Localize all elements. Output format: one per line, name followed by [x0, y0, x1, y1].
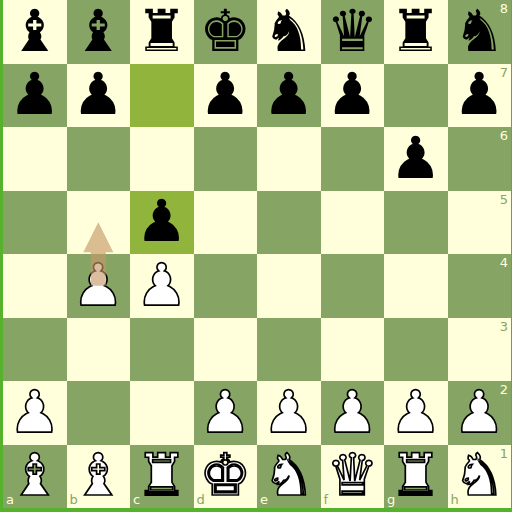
piece-white-pawn[interactable]: ♟ [72, 256, 124, 314]
square-e1[interactable]: ♞e [257, 445, 321, 509]
square-d8[interactable]: ♚ [194, 0, 258, 64]
square-e6[interactable] [257, 127, 321, 191]
piece-black-rook[interactable]: ♜ [136, 2, 188, 60]
square-c6[interactable] [130, 127, 194, 191]
piece-white-bishop[interactable]: ♝ [9, 446, 61, 504]
square-a7[interactable]: ♟ [3, 64, 67, 128]
square-a1[interactable]: ♝a [3, 445, 67, 509]
piece-white-bishop[interactable]: ♝ [72, 446, 124, 504]
square-d3[interactable] [194, 318, 258, 382]
board-background: ♝♝♜♚♞♛♜♞8♟♟♟♟♟♟7♟6♟5♟♟43♟♟♟♟♟♟2♝a♝b♜c♚d♞… [0, 0, 512, 512]
square-g3[interactable] [384, 318, 448, 382]
piece-black-pawn[interactable]: ♟ [199, 65, 251, 123]
piece-white-queen[interactable]: ♛ [326, 446, 378, 504]
square-e3[interactable] [257, 318, 321, 382]
square-e8[interactable]: ♞ [257, 0, 321, 64]
piece-white-pawn[interactable]: ♟ [263, 383, 315, 441]
square-h7[interactable]: ♟7 [448, 64, 512, 128]
piece-white-pawn[interactable]: ♟ [199, 383, 251, 441]
square-h4[interactable]: 4 [448, 254, 512, 318]
piece-black-knight[interactable]: ♞ [263, 2, 315, 60]
square-g7[interactable] [384, 64, 448, 128]
square-f4[interactable] [321, 254, 385, 318]
square-c5[interactable]: ♟ [130, 191, 194, 255]
square-a4[interactable] [3, 254, 67, 318]
piece-black-pawn[interactable]: ♟ [9, 65, 61, 123]
coord-rank-3: 3 [500, 320, 508, 333]
square-c2[interactable] [130, 381, 194, 445]
piece-black-pawn[interactable]: ♟ [326, 65, 378, 123]
square-g5[interactable] [384, 191, 448, 255]
piece-white-knight[interactable]: ♞ [453, 446, 505, 504]
piece-white-rook[interactable]: ♜ [136, 446, 188, 504]
piece-white-pawn[interactable]: ♟ [326, 383, 378, 441]
square-g6[interactable]: ♟ [384, 127, 448, 191]
square-b3[interactable] [67, 318, 131, 382]
square-g8[interactable]: ♜ [384, 0, 448, 64]
square-e2[interactable]: ♟ [257, 381, 321, 445]
square-h3[interactable]: 3 [448, 318, 512, 382]
square-f7[interactable]: ♟ [321, 64, 385, 128]
square-a6[interactable] [3, 127, 67, 191]
square-a8[interactable]: ♝ [3, 0, 67, 64]
square-g4[interactable] [384, 254, 448, 318]
square-b5[interactable] [67, 191, 131, 255]
piece-white-pawn[interactable]: ♟ [390, 383, 442, 441]
coord-rank-6: 6 [500, 129, 508, 142]
piece-black-pawn[interactable]: ♟ [453, 65, 505, 123]
piece-white-knight[interactable]: ♞ [263, 446, 315, 504]
square-c8[interactable]: ♜ [130, 0, 194, 64]
piece-black-pawn[interactable]: ♟ [136, 192, 188, 250]
piece-white-pawn[interactable]: ♟ [9, 383, 61, 441]
square-c7[interactable] [130, 64, 194, 128]
square-e7[interactable]: ♟ [257, 64, 321, 128]
piece-white-king[interactable]: ♚ [199, 446, 251, 504]
square-f1[interactable]: ♛f [321, 445, 385, 509]
coord-rank-5: 5 [500, 193, 508, 206]
square-b4[interactable]: ♟ [67, 254, 131, 318]
square-h1[interactable]: ♞h1 [448, 445, 512, 509]
square-d6[interactable] [194, 127, 258, 191]
piece-black-king[interactable]: ♚ [199, 2, 251, 60]
piece-black-rook[interactable]: ♜ [390, 2, 442, 60]
square-d4[interactable] [194, 254, 258, 318]
piece-black-bishop[interactable]: ♝ [72, 2, 124, 60]
square-h8[interactable]: ♞8 [448, 0, 512, 64]
square-f8[interactable]: ♛ [321, 0, 385, 64]
piece-black-bishop[interactable]: ♝ [9, 2, 61, 60]
square-d1[interactable]: ♚d [194, 445, 258, 509]
square-h2[interactable]: ♟2 [448, 381, 512, 445]
square-c3[interactable] [130, 318, 194, 382]
square-a2[interactable]: ♟ [3, 381, 67, 445]
square-g2[interactable]: ♟ [384, 381, 448, 445]
chess-board: ♝♝♜♚♞♛♜♞8♟♟♟♟♟♟7♟6♟5♟♟43♟♟♟♟♟♟2♝a♝b♜c♚d♞… [3, 0, 511, 508]
square-c4[interactable]: ♟ [130, 254, 194, 318]
square-d7[interactable]: ♟ [194, 64, 258, 128]
square-a3[interactable] [3, 318, 67, 382]
square-b2[interactable] [67, 381, 131, 445]
square-c1[interactable]: ♜c [130, 445, 194, 509]
square-b6[interactable] [67, 127, 131, 191]
square-b1[interactable]: ♝b [67, 445, 131, 509]
piece-white-rook[interactable]: ♜ [390, 446, 442, 504]
square-e4[interactable] [257, 254, 321, 318]
square-b8[interactable]: ♝ [67, 0, 131, 64]
coord-rank-4: 4 [500, 256, 508, 269]
square-g1[interactable]: ♜g [384, 445, 448, 509]
square-f3[interactable] [321, 318, 385, 382]
square-b7[interactable]: ♟ [67, 64, 131, 128]
piece-black-knight[interactable]: ♞ [453, 2, 505, 60]
piece-white-pawn[interactable]: ♟ [453, 383, 505, 441]
square-d5[interactable] [194, 191, 258, 255]
square-f5[interactable] [321, 191, 385, 255]
piece-black-pawn[interactable]: ♟ [263, 65, 315, 123]
square-a5[interactable] [3, 191, 67, 255]
square-f6[interactable] [321, 127, 385, 191]
piece-black-pawn[interactable]: ♟ [390, 129, 442, 187]
piece-black-pawn[interactable]: ♟ [72, 65, 124, 123]
piece-black-queen[interactable]: ♛ [326, 2, 378, 60]
square-f2[interactable]: ♟ [321, 381, 385, 445]
piece-white-pawn[interactable]: ♟ [136, 256, 188, 314]
square-h5[interactable]: 5 [448, 191, 512, 255]
square-h6[interactable]: 6 [448, 127, 512, 191]
square-e5[interactable] [257, 191, 321, 255]
square-d2[interactable]: ♟ [194, 381, 258, 445]
